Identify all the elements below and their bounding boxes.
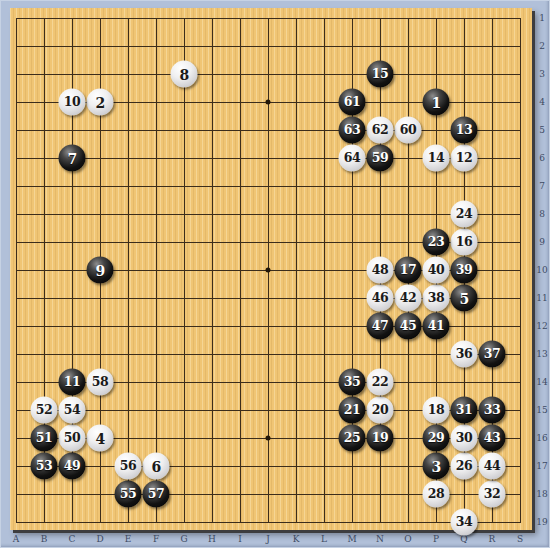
column-label-O: O bbox=[400, 534, 416, 544]
stone-49: 49 bbox=[59, 453, 86, 480]
stone-54: 54 bbox=[59, 397, 86, 424]
stone-3: 3 bbox=[423, 453, 450, 480]
stone-56: 56 bbox=[115, 453, 142, 480]
stone-53: 53 bbox=[31, 453, 58, 480]
go-diagram-frame: 1234567891011121314151617181920212223242… bbox=[0, 0, 550, 548]
stone-57: 57 bbox=[143, 481, 170, 508]
row-label-5: 5 bbox=[534, 125, 550, 135]
stone-42: 42 bbox=[395, 285, 422, 312]
stone-8: 8 bbox=[171, 61, 198, 88]
stone-63: 63 bbox=[339, 117, 366, 144]
row-label-9: 9 bbox=[534, 237, 550, 247]
stone-9: 9 bbox=[87, 257, 114, 284]
stone-40: 40 bbox=[423, 257, 450, 284]
column-label-E: E bbox=[120, 534, 136, 544]
stone-31: 31 bbox=[451, 397, 478, 424]
stone-35: 35 bbox=[339, 369, 366, 396]
stone-64: 64 bbox=[339, 145, 366, 172]
stone-51: 51 bbox=[31, 425, 58, 452]
stone-14: 14 bbox=[423, 145, 450, 172]
stone-16: 16 bbox=[451, 229, 478, 256]
column-label-P: P bbox=[428, 534, 444, 544]
stone-62: 62 bbox=[367, 117, 394, 144]
stone-32: 32 bbox=[479, 481, 506, 508]
row-label-17: 17 bbox=[534, 461, 550, 471]
stone-15: 15 bbox=[367, 61, 394, 88]
row-label-18: 18 bbox=[534, 489, 550, 499]
stone-7: 7 bbox=[59, 145, 86, 172]
stone-1: 1 bbox=[423, 89, 450, 116]
row-label-19: 19 bbox=[534, 517, 550, 527]
star-point bbox=[266, 100, 271, 105]
column-label-J: J bbox=[260, 534, 276, 544]
stone-46: 46 bbox=[367, 285, 394, 312]
column-label-N: N bbox=[372, 534, 388, 544]
row-label-6: 6 bbox=[534, 153, 550, 163]
stone-59: 59 bbox=[367, 145, 394, 172]
row-label-11: 11 bbox=[534, 293, 550, 303]
stone-61: 61 bbox=[339, 89, 366, 116]
column-label-G: G bbox=[176, 534, 192, 544]
column-label-S: S bbox=[512, 534, 528, 544]
stone-13: 13 bbox=[451, 117, 478, 144]
row-label-13: 13 bbox=[534, 349, 550, 359]
row-label-14: 14 bbox=[534, 377, 550, 387]
stone-55: 55 bbox=[115, 481, 142, 508]
stone-34: 34 bbox=[451, 509, 478, 536]
column-label-K: K bbox=[288, 534, 304, 544]
row-label-16: 16 bbox=[534, 433, 550, 443]
column-label-F: F bbox=[148, 534, 164, 544]
stone-6: 6 bbox=[143, 453, 170, 480]
stone-22: 22 bbox=[367, 369, 394, 396]
row-label-15: 15 bbox=[534, 405, 550, 415]
stone-25: 25 bbox=[339, 425, 366, 452]
star-point bbox=[266, 268, 271, 273]
row-label-7: 7 bbox=[534, 181, 550, 191]
stone-23: 23 bbox=[423, 229, 450, 256]
stone-48: 48 bbox=[367, 257, 394, 284]
stone-52: 52 bbox=[31, 397, 58, 424]
row-label-1: 1 bbox=[534, 13, 550, 23]
column-label-A: A bbox=[8, 534, 24, 544]
row-label-10: 10 bbox=[534, 265, 550, 275]
column-label-Q: Q bbox=[456, 534, 472, 544]
stone-47: 47 bbox=[367, 313, 394, 340]
row-label-3: 3 bbox=[534, 69, 550, 79]
stone-50: 50 bbox=[59, 425, 86, 452]
stone-44: 44 bbox=[479, 453, 506, 480]
star-point bbox=[266, 436, 271, 441]
row-label-8: 8 bbox=[534, 209, 550, 219]
stone-45: 45 bbox=[395, 313, 422, 340]
column-label-R: R bbox=[484, 534, 500, 544]
column-label-L: L bbox=[316, 534, 332, 544]
stone-10: 10 bbox=[59, 89, 86, 116]
stone-37: 37 bbox=[479, 341, 506, 368]
stone-2: 2 bbox=[87, 89, 114, 116]
stone-28: 28 bbox=[423, 481, 450, 508]
stone-36: 36 bbox=[451, 341, 478, 368]
stone-11: 11 bbox=[59, 369, 86, 396]
column-label-I: I bbox=[232, 534, 248, 544]
stone-24: 24 bbox=[451, 201, 478, 228]
column-label-H: H bbox=[204, 534, 220, 544]
stone-60: 60 bbox=[395, 117, 422, 144]
row-label-2: 2 bbox=[534, 41, 550, 51]
row-label-4: 4 bbox=[534, 97, 550, 107]
stone-21: 21 bbox=[339, 397, 366, 424]
stone-33: 33 bbox=[479, 397, 506, 424]
stone-58: 58 bbox=[87, 369, 114, 396]
stone-4: 4 bbox=[87, 425, 114, 452]
stone-30: 30 bbox=[451, 425, 478, 452]
column-label-C: C bbox=[64, 534, 80, 544]
stone-18: 18 bbox=[423, 397, 450, 424]
column-label-M: M bbox=[344, 534, 360, 544]
stone-43: 43 bbox=[479, 425, 506, 452]
row-label-12: 12 bbox=[534, 321, 550, 331]
stone-12: 12 bbox=[451, 145, 478, 172]
stone-26: 26 bbox=[451, 453, 478, 480]
stone-39: 39 bbox=[451, 257, 478, 284]
column-label-D: D bbox=[92, 534, 108, 544]
stone-5: 5 bbox=[451, 285, 478, 312]
column-label-B: B bbox=[36, 534, 52, 544]
stone-17: 17 bbox=[395, 257, 422, 284]
stone-19: 19 bbox=[367, 425, 394, 452]
stone-38: 38 bbox=[423, 285, 450, 312]
stone-29: 29 bbox=[423, 425, 450, 452]
stone-41: 41 bbox=[423, 313, 450, 340]
stone-20: 20 bbox=[367, 397, 394, 424]
